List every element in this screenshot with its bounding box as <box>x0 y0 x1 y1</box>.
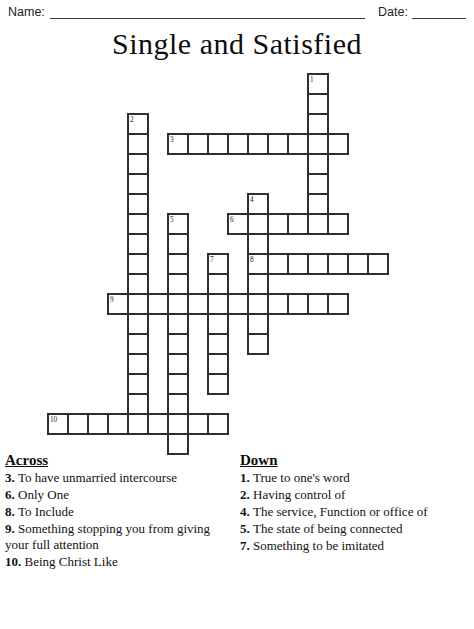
grid-cell-r11c5[interactable] <box>147 293 169 315</box>
grid-cell-r3c4[interactable] <box>127 133 149 155</box>
grid-cell-r7c4[interactable] <box>127 213 149 235</box>
clue-item-9: 9. Something stopping you from giving yo… <box>5 521 231 553</box>
grid-cell-r12c6[interactable] <box>167 313 189 335</box>
grid-cell-r13c8[interactable] <box>207 333 229 355</box>
grid-cell-r7c11[interactable] <box>267 213 289 235</box>
grid-cell-r10c6[interactable] <box>167 273 189 295</box>
grid-cell-r15c6[interactable] <box>167 373 189 395</box>
grid-cell-r3c12[interactable] <box>287 133 309 155</box>
name-field-label: Name: <box>8 5 45 19</box>
grid-cell-r13c4[interactable] <box>127 333 149 355</box>
grid-cell-r3c14[interactable] <box>327 133 349 155</box>
grid-cell-r4c4[interactable] <box>127 153 149 175</box>
grid-cell-r3c9[interactable] <box>227 133 249 155</box>
grid-cell-r7c9[interactable] <box>227 213 249 235</box>
grid-cell-r11c11[interactable] <box>267 293 289 315</box>
grid-cell-r13c6[interactable] <box>167 333 189 355</box>
grid-cell-r11c7[interactable] <box>187 293 209 315</box>
clue-item-7: 7. Something to be imitated <box>240 538 473 554</box>
grid-cell-r11c6[interactable] <box>167 293 189 315</box>
down-clues-section: Down 1. True to one's word2. Having cont… <box>240 452 473 555</box>
clue-item-8: 8. To Include <box>5 504 231 520</box>
clue-item-6: 6. Only One <box>5 487 231 503</box>
grid-cell-r6c4[interactable] <box>127 193 149 215</box>
grid-cell-r1c13[interactable] <box>307 93 329 115</box>
grid-cell-r9c10[interactable] <box>247 253 269 275</box>
grid-cell-r9c6[interactable] <box>167 253 189 275</box>
grid-cell-r9c8[interactable] <box>207 253 229 275</box>
grid-cell-r15c4[interactable] <box>127 373 149 395</box>
down-clue-list: 1. True to one's word2. Having control o… <box>240 470 473 554</box>
grid-cell-r9c13[interactable] <box>307 253 329 275</box>
grid-cell-r11c12[interactable] <box>287 293 309 315</box>
grid-cell-r12c4[interactable] <box>127 313 149 335</box>
grid-cell-r17c0[interactable] <box>47 413 69 435</box>
grid-cell-r2c13[interactable] <box>307 113 329 135</box>
date-fill-line[interactable] <box>412 18 466 19</box>
name-fill-line[interactable] <box>50 18 365 19</box>
grid-cell-r17c5[interactable] <box>147 413 169 435</box>
grid-cell-r7c12[interactable] <box>287 213 309 235</box>
grid-cell-r9c4[interactable] <box>127 253 149 275</box>
grid-cell-r14c6[interactable] <box>167 353 189 375</box>
grid-cell-r8c4[interactable] <box>127 233 149 255</box>
grid-cell-r3c11[interactable] <box>267 133 289 155</box>
grid-cell-r9c16[interactable] <box>367 253 389 275</box>
grid-cell-r12c8[interactable] <box>207 313 229 335</box>
grid-cell-r9c11[interactable] <box>267 253 289 275</box>
grid-cell-r6c13[interactable] <box>307 193 329 215</box>
grid-cell-r10c8[interactable] <box>207 273 229 295</box>
grid-cell-r11c9[interactable] <box>227 293 249 315</box>
grid-cell-r9c14[interactable] <box>327 253 349 275</box>
grid-cell-r3c13[interactable] <box>307 133 329 155</box>
grid-cell-r14c4[interactable] <box>127 353 149 375</box>
grid-cell-r3c6[interactable] <box>167 133 189 155</box>
grid-cell-r11c3[interactable] <box>107 293 129 315</box>
grid-cell-r11c13[interactable] <box>307 293 329 315</box>
grid-cell-r10c10[interactable] <box>247 273 269 295</box>
grid-cell-r3c10[interactable] <box>247 133 269 155</box>
grid-cell-r7c10[interactable] <box>247 213 269 235</box>
across-header: Across <box>5 452 231 468</box>
clue-item-5: 5. The state of being connected <box>240 521 473 537</box>
down-header: Down <box>240 452 473 468</box>
grid-cell-r9c15[interactable] <box>347 253 369 275</box>
grid-cell-r15c8[interactable] <box>207 373 229 395</box>
grid-cell-r9c12[interactable] <box>287 253 309 275</box>
grid-cell-r7c6[interactable] <box>167 213 189 235</box>
grid-cell-r17c1[interactable] <box>67 413 89 435</box>
grid-cell-r16c6[interactable] <box>167 393 189 415</box>
clue-item-10: 10. Being Christ Like <box>5 554 231 570</box>
grid-cell-r13c10[interactable] <box>247 333 269 355</box>
grid-cell-r17c8[interactable] <box>207 413 229 435</box>
crossword-grid: 12345678910 <box>48 74 390 456</box>
grid-cell-r8c10[interactable] <box>247 233 269 255</box>
grid-cell-r11c10[interactable] <box>247 293 269 315</box>
grid-cell-r17c4[interactable] <box>127 413 149 435</box>
grid-cell-r17c3[interactable] <box>107 413 129 435</box>
grid-cell-r7c13[interactable] <box>307 213 329 235</box>
grid-cell-r7c14[interactable] <box>327 213 349 235</box>
grid-cell-r16c4[interactable] <box>127 393 149 415</box>
worksheet-page: Name: Date: Single and Satisfied 1234567… <box>0 0 474 629</box>
grid-cell-r12c10[interactable] <box>247 313 269 335</box>
grid-cell-r3c8[interactable] <box>207 133 229 155</box>
grid-cell-r0c13[interactable] <box>307 73 329 95</box>
date-field-label: Date: <box>378 5 408 19</box>
clue-item-1: 1. True to one's word <box>240 470 473 486</box>
across-clue-list: 3. To have unmarried intercourse6. Only … <box>5 470 231 570</box>
grid-cell-r8c6[interactable] <box>167 233 189 255</box>
grid-cell-r11c14[interactable] <box>327 293 349 315</box>
grid-cell-r17c2[interactable] <box>87 413 109 435</box>
grid-cell-r17c7[interactable] <box>187 413 209 435</box>
grid-cell-r5c4[interactable] <box>127 173 149 195</box>
grid-cell-r17c6[interactable] <box>167 413 189 435</box>
grid-cell-r5c13[interactable] <box>307 173 329 195</box>
grid-cell-r4c13[interactable] <box>307 153 329 175</box>
grid-cell-r6c10[interactable] <box>247 193 269 215</box>
grid-cell-r10c4[interactable] <box>127 273 149 295</box>
grid-cell-r14c8[interactable] <box>207 353 229 375</box>
grid-cell-r11c8[interactable] <box>207 293 229 315</box>
across-clues-section: Across 3. To have unmarried intercourse6… <box>5 452 231 571</box>
grid-cell-r2c4[interactable] <box>127 113 149 135</box>
clue-item-2: 2. Having control of <box>240 487 473 503</box>
grid-cell-r11c4[interactable] <box>127 293 149 315</box>
puzzle-title: Single and Satisfied <box>0 27 474 61</box>
clue-item-4: 4. The service, Function or office of <box>240 504 473 520</box>
clue-item-3: 3. To have unmarried intercourse <box>5 470 231 486</box>
grid-cell-r3c7[interactable] <box>187 133 209 155</box>
